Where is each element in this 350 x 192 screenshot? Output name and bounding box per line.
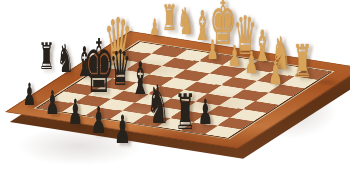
pieces-layer: ♜♟♞♝♚♛♟♝♟♛♜♞♞♟♝♜♟♛♝♚♟♟♟♟♞♜♟♟ bbox=[0, 0, 350, 192]
black-knight[interactable]: ♞ bbox=[147, 78, 170, 131]
white-pawn[interactable]: ♟ bbox=[228, 41, 241, 70]
white-pawn[interactable]: ♟ bbox=[245, 48, 258, 79]
black-pawn[interactable]: ♟ bbox=[114, 110, 131, 149]
black-rook[interactable]: ♜ bbox=[174, 88, 196, 137]
black-pawn[interactable]: ♟ bbox=[90, 102, 106, 139]
white-rook[interactable]: ♜ bbox=[292, 40, 312, 85]
black-king[interactable]: ♚ bbox=[83, 30, 115, 104]
black-pawn[interactable]: ♟ bbox=[23, 80, 36, 111]
black-pawn[interactable]: ♟ bbox=[68, 95, 83, 130]
white-pawn[interactable]: ♟ bbox=[207, 36, 219, 63]
black-knight[interactable]: ♞ bbox=[57, 39, 74, 78]
black-pawn[interactable]: ♟ bbox=[45, 87, 59, 120]
white-pawn[interactable]: ♟ bbox=[268, 57, 282, 90]
white-knight[interactable]: ♞ bbox=[177, 3, 193, 40]
black-rook[interactable]: ♜ bbox=[38, 38, 54, 75]
white-rook[interactable]: ♜ bbox=[162, 1, 177, 36]
black-pawn[interactable]: ♟ bbox=[198, 95, 213, 130]
chess-set-product-photo: ♜♟♞♝♚♛♟♝♟♛♜♞♞♟♝♜♟♛♝♚♟♟♟♟♞♜♟♟ bbox=[0, 0, 350, 192]
white-pawn[interactable]: ♟ bbox=[150, 16, 160, 39]
